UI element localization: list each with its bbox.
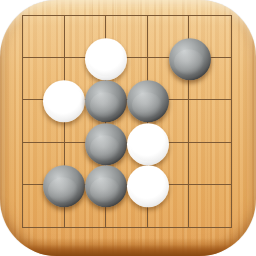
grid-cell bbox=[65, 58, 107, 100]
grid-cell bbox=[148, 58, 190, 100]
grid-cell bbox=[106, 100, 148, 142]
grid-cell bbox=[65, 143, 107, 185]
grid-cell bbox=[23, 16, 65, 58]
grid-cell bbox=[148, 185, 190, 227]
board-bottom-bevel bbox=[0, 238, 256, 256]
grid-cell bbox=[23, 185, 65, 227]
grid-cell bbox=[65, 185, 107, 227]
grid-cell bbox=[148, 100, 190, 142]
grid-cell bbox=[189, 16, 231, 58]
screenshot-canvas bbox=[0, 0, 256, 256]
board-grid bbox=[22, 15, 232, 228]
grid-cell bbox=[148, 16, 190, 58]
grid-cell bbox=[65, 16, 107, 58]
grid-cell bbox=[23, 143, 65, 185]
grid-cell bbox=[189, 143, 231, 185]
gomoku-app-icon[interactable] bbox=[0, 0, 256, 256]
grid-cell bbox=[189, 100, 231, 142]
grid-cell bbox=[23, 58, 65, 100]
grid-cell bbox=[189, 185, 231, 227]
grid-cell bbox=[106, 58, 148, 100]
grid-cell bbox=[65, 100, 107, 142]
grid-cell bbox=[106, 143, 148, 185]
grid-cell bbox=[106, 16, 148, 58]
grid-cell bbox=[106, 185, 148, 227]
grid-cell bbox=[189, 58, 231, 100]
grid-cell bbox=[23, 100, 65, 142]
grid-cell bbox=[148, 143, 190, 185]
